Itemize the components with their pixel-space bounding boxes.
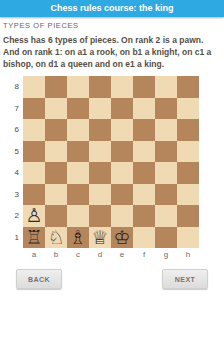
square-h8[interactable]: [177, 76, 199, 98]
square-d2[interactable]: [89, 205, 111, 227]
white-bishop-icon: ♗: [67, 227, 89, 249]
square-h7[interactable]: [177, 98, 199, 120]
square-d4[interactable]: [89, 162, 111, 184]
file-labels: a b c d e f g h: [23, 250, 224, 259]
file-label: h: [177, 250, 199, 259]
square-f6[interactable]: [133, 119, 155, 141]
square-f8[interactable]: [133, 76, 155, 98]
board-section: 8 7 6 5 4 3 2 1 ♙♖♘♗♕♔ a b c d e f g h: [0, 76, 224, 259]
rank-label: 5: [0, 141, 23, 163]
rank-label: 6: [0, 119, 23, 141]
square-h6[interactable]: [177, 119, 199, 141]
square-c7[interactable]: [67, 98, 89, 120]
square-e3[interactable]: [111, 184, 133, 206]
square-d5[interactable]: [89, 141, 111, 163]
square-a8[interactable]: [23, 76, 45, 98]
square-c8[interactable]: [67, 76, 89, 98]
square-d8[interactable]: [89, 76, 111, 98]
square-g5[interactable]: [155, 141, 177, 163]
white-pawn-icon: ♙: [23, 205, 45, 227]
square-h2[interactable]: [177, 205, 199, 227]
square-b7[interactable]: [45, 98, 67, 120]
file-label: d: [89, 250, 111, 259]
square-d7[interactable]: [89, 98, 111, 120]
rank-labels: 8 7 6 5 4 3 2 1: [0, 76, 23, 248]
square-b2[interactable]: [45, 205, 67, 227]
square-f3[interactable]: [133, 184, 155, 206]
square-c4[interactable]: [67, 162, 89, 184]
square-f2[interactable]: [133, 205, 155, 227]
square-a1[interactable]: ♖: [23, 227, 45, 249]
navigation-bar: BACK NEXT: [0, 269, 224, 289]
file-label: f: [133, 250, 155, 259]
file-label: c: [67, 250, 89, 259]
section-label: TYPES OF PIECES: [3, 21, 221, 30]
square-c2[interactable]: [67, 205, 89, 227]
rank-label: 3: [0, 184, 23, 206]
square-c3[interactable]: [67, 184, 89, 206]
square-g6[interactable]: [155, 119, 177, 141]
square-h5[interactable]: [177, 141, 199, 163]
square-h3[interactable]: [177, 184, 199, 206]
square-e6[interactable]: [111, 119, 133, 141]
square-b5[interactable]: [45, 141, 67, 163]
square-b6[interactable]: [45, 119, 67, 141]
square-a2[interactable]: ♙: [23, 205, 45, 227]
lesson-text: Chess has 6 types of pieces. On rank 2 i…: [3, 34, 221, 70]
square-e5[interactable]: [111, 141, 133, 163]
square-c1[interactable]: ♗: [67, 227, 89, 249]
square-f5[interactable]: [133, 141, 155, 163]
square-a7[interactable]: [23, 98, 45, 120]
square-f1[interactable]: [133, 227, 155, 249]
file-label: b: [45, 250, 67, 259]
file-label: a: [23, 250, 45, 259]
square-g1[interactable]: [155, 227, 177, 249]
square-h1[interactable]: [177, 227, 199, 249]
square-d6[interactable]: [89, 119, 111, 141]
square-b8[interactable]: [45, 76, 67, 98]
square-b3[interactable]: [45, 184, 67, 206]
square-e4[interactable]: [111, 162, 133, 184]
square-b4[interactable]: [45, 162, 67, 184]
square-b1[interactable]: ♘: [45, 227, 67, 249]
board: ♙♖♘♗♕♔: [23, 76, 199, 248]
file-label: e: [111, 250, 133, 259]
white-king-icon: ♔: [111, 227, 133, 249]
white-rook-icon: ♖: [23, 227, 45, 249]
square-d1[interactable]: ♕: [89, 227, 111, 249]
square-c5[interactable]: [67, 141, 89, 163]
rank-label: 1: [0, 227, 23, 249]
white-knight-icon: ♘: [45, 227, 67, 249]
rank-label: 8: [0, 76, 23, 98]
app-title-bar: Chess rules course: the king: [0, 0, 224, 17]
square-d3[interactable]: [89, 184, 111, 206]
square-c6[interactable]: [67, 119, 89, 141]
square-e2[interactable]: [111, 205, 133, 227]
rank-label: 2: [0, 205, 23, 227]
square-f4[interactable]: [133, 162, 155, 184]
rank-label: 7: [0, 98, 23, 120]
square-e8[interactable]: [111, 76, 133, 98]
square-e7[interactable]: [111, 98, 133, 120]
page-title: Chess rules course: the king: [50, 3, 173, 13]
square-a6[interactable]: [23, 119, 45, 141]
file-label: g: [155, 250, 177, 259]
square-g2[interactable]: [155, 205, 177, 227]
square-g8[interactable]: [155, 76, 177, 98]
square-a3[interactable]: [23, 184, 45, 206]
square-g4[interactable]: [155, 162, 177, 184]
square-g7[interactable]: [155, 98, 177, 120]
next-button[interactable]: NEXT: [162, 269, 208, 289]
white-queen-icon: ♕: [89, 227, 111, 249]
rank-label: 4: [0, 162, 23, 184]
square-e1[interactable]: ♔: [111, 227, 133, 249]
square-h4[interactable]: [177, 162, 199, 184]
square-a5[interactable]: [23, 141, 45, 163]
back-button[interactable]: BACK: [16, 269, 62, 289]
square-g3[interactable]: [155, 184, 177, 206]
square-f7[interactable]: [133, 98, 155, 120]
square-a4[interactable]: [23, 162, 45, 184]
